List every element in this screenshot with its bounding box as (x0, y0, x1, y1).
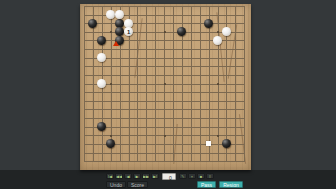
star-point (217, 83, 219, 85)
black-stone-M16[interactable] (177, 27, 186, 36)
black-stone-B17[interactable] (88, 19, 97, 28)
black-stone-R3[interactable] (222, 139, 231, 148)
grid-line-h-11 (84, 92, 245, 93)
white-stone-Q15[interactable] (213, 36, 222, 45)
wood-grain (134, 18, 142, 78)
black-stone-E16[interactable] (115, 27, 124, 36)
grid-line-h-14 (84, 118, 245, 119)
nav-forward-fast-button[interactable]: ▶▶ (142, 173, 150, 179)
nav-first-button[interactable]: |◀ (106, 173, 114, 179)
grid-line-v-18 (235, 6, 236, 162)
star-point (164, 83, 166, 85)
white-stone-D18[interactable] (106, 10, 115, 19)
go-app-screen: 1 |◀◀◀◀▶▶▶▶|0✎×■≡ UndoScore PassResign (0, 0, 336, 189)
black-stone-C15[interactable] (97, 36, 106, 45)
move-number-box[interactable]: 0 (162, 173, 176, 180)
pass-button[interactable]: Pass (197, 181, 216, 188)
white-stone-C13[interactable] (97, 53, 106, 62)
grid-line-h-13 (84, 109, 245, 110)
score-button[interactable]: Score (127, 181, 148, 188)
white-stone-E18[interactable] (115, 10, 124, 19)
mark-button[interactable]: ■ (197, 173, 205, 179)
settings-button[interactable]: ≡ (206, 173, 214, 179)
star-point (110, 135, 112, 137)
grid-line-v-15 (209, 6, 210, 162)
navigation-toolbar: |◀◀◀◀▶▶▶▶|0✎×■≡ (106, 173, 214, 180)
white-stone-R16[interactable] (222, 27, 231, 36)
grid-line-h-15 (84, 127, 245, 128)
star-point (164, 135, 166, 137)
move-number-label-F16: 1 (127, 29, 130, 35)
star-point (110, 83, 112, 85)
star-point (217, 135, 219, 137)
grid-line-h-19 (84, 161, 245, 162)
grid-line-v-13 (191, 6, 192, 162)
go-board[interactable]: 1 (80, 4, 251, 170)
grid-line-v-19 (244, 6, 245, 162)
triangle-marker-E15 (113, 41, 119, 46)
grid-line-h-12 (84, 101, 245, 102)
square-marker-P3 (206, 141, 211, 146)
resign-button[interactable]: Resign (219, 181, 243, 188)
left-action-buttons: UndoScore (106, 181, 148, 188)
undo-button[interactable]: Undo (106, 181, 126, 188)
nav-forward-button[interactable]: ▶ (133, 173, 141, 179)
black-stone-C5[interactable] (97, 122, 106, 131)
nav-back-fast-button[interactable]: ◀◀ (115, 173, 123, 179)
grid-line-v-14 (200, 6, 201, 162)
edit-button[interactable]: ✎ (179, 173, 187, 179)
white-stone-C10[interactable] (97, 79, 106, 88)
game-action-buttons: PassResign (197, 181, 243, 188)
clear-button[interactable]: × (188, 173, 196, 179)
black-stone-P17[interactable] (204, 19, 213, 28)
black-stone-D3[interactable] (106, 139, 115, 148)
grid-line-v-11 (173, 6, 174, 162)
grid-line-h-18 (84, 153, 245, 154)
nav-back-button[interactable]: ◀ (124, 173, 132, 179)
nav-last-button[interactable]: ▶| (151, 173, 159, 179)
